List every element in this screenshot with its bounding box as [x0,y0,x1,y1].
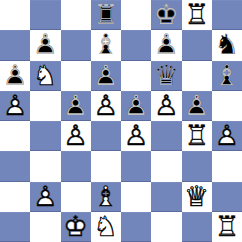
white-knight-piece[interactable]: ♞♘ [30,61,60,91]
piece-outline-glyph: ♙ [121,121,151,151]
square-c4[interactable]: ♟♙ [61,121,91,151]
piece-outline-glyph: ♖ [182,121,212,151]
square-e7[interactable] [121,30,151,60]
piece-glyph: ♛ [182,182,212,212]
square-f7[interactable]: ♟♙ [151,30,181,60]
black-knight-piece[interactable]: ♞♘ [212,30,242,60]
piece-outline-glyph: ♙ [91,61,121,91]
square-d2[interactable]: ♝♗ [91,182,121,212]
square-f3[interactable] [151,151,181,181]
white-pawn-piece[interactable]: ♟♙ [91,91,121,121]
square-h4[interactable]: ♟♙ [212,121,242,151]
piece-outline-glyph: ♙ [61,91,91,121]
piece-glyph: ♟ [0,91,30,121]
piece-outline-glyph: ♗ [91,182,121,212]
square-d8[interactable]: ♜♖ [91,0,121,30]
white-king-piece[interactable]: ♚♔ [61,212,91,242]
white-queen-piece[interactable]: ♛♕ [182,182,212,212]
square-a5[interactable]: ♟♙ [0,91,30,121]
square-d5[interactable]: ♟♙ [91,91,121,121]
piece-outline-glyph: ♘ [30,61,60,91]
white-pawn-piece[interactable]: ♟♙ [121,121,151,151]
black-pawn-piece[interactable]: ♟♙ [61,91,91,121]
square-b6[interactable]: ♞♘ [30,61,60,91]
square-h7[interactable]: ♞♘ [212,30,242,60]
square-h8[interactable] [212,0,242,30]
square-a4[interactable] [0,121,30,151]
square-b8[interactable] [30,0,60,30]
piece-outline-glyph: ♔ [151,0,181,30]
piece-glyph: ♟ [91,91,121,121]
square-e8[interactable] [121,0,151,30]
square-a7[interactable] [0,30,30,60]
square-g5[interactable]: ♟♙ [182,91,212,121]
square-b7[interactable]: ♟♙ [30,30,60,60]
square-d6[interactable]: ♟♙ [91,61,121,91]
piece-outline-glyph: ♘ [91,212,121,242]
square-h1[interactable]: ♜♖ [212,212,242,242]
square-c2[interactable] [61,182,91,212]
white-pawn-piece[interactable]: ♟♙ [61,121,91,151]
square-g4[interactable]: ♜♖ [182,121,212,151]
piece-outline-glyph: ♙ [91,91,121,121]
square-g6[interactable] [182,61,212,91]
white-bishop-piece[interactable]: ♝♗ [91,182,121,212]
piece-outline-glyph: ♘ [212,30,242,60]
black-king-piece[interactable]: ♚♔ [151,0,181,30]
square-b3[interactable] [30,151,60,181]
square-a1[interactable] [0,212,30,242]
piece-glyph: ♝ [91,182,121,212]
square-b5[interactable] [30,91,60,121]
black-pawn-piece[interactable]: ♟♙ [0,61,30,91]
square-f1[interactable] [151,212,181,242]
square-d7[interactable]: ♝♗ [91,30,121,60]
piece-glyph: ♜ [212,212,242,242]
piece-outline-glyph: ♗ [212,61,242,91]
square-a8[interactable] [0,0,30,30]
square-g3[interactable] [182,151,212,181]
piece-outline-glyph: ♙ [121,91,151,121]
piece-glyph: ♟ [151,30,181,60]
piece-glyph: ♟ [91,61,121,91]
square-e4[interactable]: ♟♙ [121,121,151,151]
piece-glyph: ♝ [91,30,121,60]
piece-glyph: ♟ [0,61,30,91]
piece-glyph: ♟ [121,121,151,151]
piece-outline-glyph: ♖ [91,0,121,30]
square-f4[interactable] [151,121,181,151]
piece-glyph: ♜ [182,0,212,30]
square-f6[interactable]: ♛♕ [151,61,181,91]
square-c7[interactable] [61,30,91,60]
black-pawn-piece[interactable]: ♟♙ [121,91,151,121]
piece-glyph: ♜ [91,0,121,30]
chess-board: ♜♖♚♔♜♖♟♙♝♗♟♙♞♘♟♙♞♘♟♙♛♕♝♗♟♙♟♙♟♙♟♙♟♙♟♙♟♙♟♙… [0,0,242,242]
square-g7[interactable] [182,30,212,60]
square-e2[interactable] [121,182,151,212]
square-d4[interactable] [91,121,121,151]
piece-outline-glyph: ♙ [182,91,212,121]
white-rook-piece[interactable]: ♜♖ [212,212,242,242]
square-h3[interactable] [212,151,242,181]
piece-glyph: ♝ [212,61,242,91]
square-a6[interactable]: ♟♙ [0,61,30,91]
white-pawn-piece[interactable]: ♟♙ [0,91,30,121]
square-d1[interactable]: ♞♘ [91,212,121,242]
square-a2[interactable] [0,182,30,212]
piece-glyph: ♚ [61,212,91,242]
square-a3[interactable] [0,151,30,181]
piece-glyph: ♞ [30,61,60,91]
piece-glyph: ♟ [30,30,60,60]
square-e6[interactable] [121,61,151,91]
black-queen-piece[interactable]: ♛♕ [151,61,181,91]
piece-outline-glyph: ♕ [151,61,181,91]
piece-outline-glyph: ♖ [182,0,212,30]
square-c3[interactable] [61,151,91,181]
white-knight-piece[interactable]: ♞♘ [91,212,121,242]
piece-outline-glyph: ♕ [182,182,212,212]
piece-outline-glyph: ♖ [212,212,242,242]
black-rook-piece[interactable]: ♜♖ [91,0,121,30]
piece-outline-glyph: ♗ [91,30,121,60]
black-pawn-piece[interactable]: ♟♙ [151,30,181,60]
square-b4[interactable] [30,121,60,151]
black-pawn-piece[interactable]: ♟♙ [182,91,212,121]
square-e3[interactable] [121,151,151,181]
square-b1[interactable] [30,212,60,242]
piece-outline-glyph: ♙ [0,61,30,91]
square-c8[interactable] [61,0,91,30]
square-g8[interactable]: ♜♖ [182,0,212,30]
piece-glyph: ♞ [212,30,242,60]
piece-outline-glyph: ♙ [151,30,181,60]
piece-outline-glyph: ♙ [30,30,60,60]
piece-outline-glyph: ♙ [212,121,242,151]
white-pawn-piece[interactable]: ♟♙ [30,182,60,212]
black-pawn-piece[interactable]: ♟♙ [91,61,121,91]
piece-glyph: ♞ [91,212,121,242]
white-pawn-piece[interactable]: ♟♙ [151,91,181,121]
piece-glyph: ♟ [61,121,91,151]
piece-glyph: ♛ [151,61,181,91]
square-g1[interactable] [182,212,212,242]
square-c6[interactable] [61,61,91,91]
piece-glyph: ♟ [212,121,242,151]
square-d3[interactable] [91,151,121,181]
square-f5[interactable]: ♟♙ [151,91,181,121]
piece-outline-glyph: ♙ [30,182,60,212]
piece-outline-glyph: ♔ [61,212,91,242]
square-h2[interactable] [212,182,242,212]
square-f2[interactable] [151,182,181,212]
square-c5[interactable]: ♟♙ [61,91,91,121]
piece-glyph: ♟ [61,91,91,121]
piece-glyph: ♜ [182,121,212,151]
piece-outline-glyph: ♙ [0,91,30,121]
square-g2[interactable]: ♛♕ [182,182,212,212]
square-f8[interactable]: ♚♔ [151,0,181,30]
black-bishop-piece[interactable]: ♝♗ [212,61,242,91]
piece-outline-glyph: ♙ [61,121,91,151]
white-rook-piece[interactable]: ♜♖ [182,121,212,151]
white-rook-piece[interactable]: ♜♖ [182,0,212,30]
piece-outline-glyph: ♙ [151,91,181,121]
square-b2[interactable]: ♟♙ [30,182,60,212]
piece-glyph: ♚ [151,0,181,30]
black-pawn-piece[interactable]: ♟♙ [30,30,60,60]
square-h5[interactable] [212,91,242,121]
black-bishop-piece[interactable]: ♝♗ [91,30,121,60]
square-c1[interactable]: ♚♔ [61,212,91,242]
piece-glyph: ♟ [30,182,60,212]
piece-glyph: ♟ [121,91,151,121]
piece-glyph: ♟ [151,91,181,121]
piece-glyph: ♟ [182,91,212,121]
white-pawn-piece[interactable]: ♟♙ [212,121,242,151]
square-h6[interactable]: ♝♗ [212,61,242,91]
square-e1[interactable] [121,212,151,242]
square-e5[interactable]: ♟♙ [121,91,151,121]
